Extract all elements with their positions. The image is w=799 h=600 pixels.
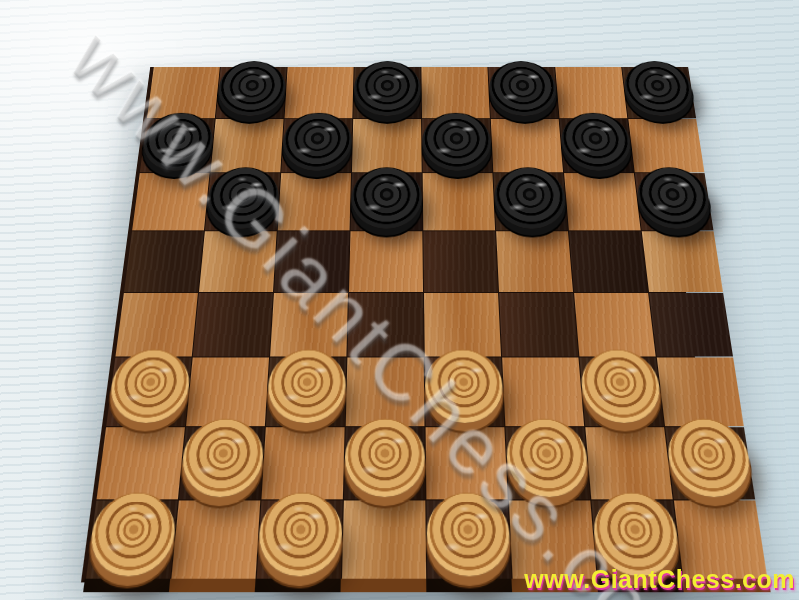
checker-piece-light[interactable] <box>107 350 193 423</box>
checker-piece-light[interactable] <box>505 419 590 497</box>
checker-piece-dark[interactable] <box>634 167 713 228</box>
square-b3 <box>186 358 269 426</box>
square-e4 <box>424 292 501 356</box>
square-d8[interactable] <box>353 67 421 118</box>
square-d2[interactable] <box>344 427 425 500</box>
square-b5 <box>199 231 277 291</box>
square-a7[interactable] <box>140 119 215 173</box>
square-e3[interactable] <box>425 358 505 426</box>
checker-piece-light[interactable] <box>86 492 178 576</box>
square-g3[interactable] <box>579 358 663 426</box>
square-g7[interactable] <box>560 119 634 173</box>
square-e6 <box>423 173 495 230</box>
square-a2 <box>96 427 184 500</box>
square-c6 <box>278 173 351 230</box>
square-f8[interactable] <box>488 67 558 118</box>
square-g6 <box>564 173 641 230</box>
checker-piece-dark[interactable] <box>621 61 695 116</box>
checker-piece-light[interactable] <box>426 492 511 576</box>
checker-piece-dark[interactable] <box>353 61 421 116</box>
square-b2[interactable] <box>179 427 265 500</box>
square-a3[interactable] <box>106 358 191 426</box>
square-h3 <box>657 358 744 426</box>
square-b6[interactable] <box>205 173 280 230</box>
checker-piece-light[interactable] <box>344 419 425 497</box>
checker-piece-dark[interactable] <box>493 167 568 228</box>
square-h2[interactable] <box>665 427 755 500</box>
checker-piece-dark[interactable] <box>140 113 215 171</box>
checker-piece-light[interactable] <box>179 419 265 497</box>
square-f4[interactable] <box>499 292 578 356</box>
square-e2 <box>426 427 508 500</box>
square-f7 <box>491 119 563 173</box>
square-g8 <box>555 67 627 118</box>
square-a8 <box>147 67 220 118</box>
square-f3 <box>502 358 584 426</box>
checker-piece-dark[interactable] <box>205 167 280 228</box>
square-b7 <box>211 119 284 173</box>
square-e7[interactable] <box>422 119 492 173</box>
square-e5[interactable] <box>423 231 498 291</box>
square-d3 <box>346 358 425 426</box>
checker-piece-light[interactable] <box>266 350 346 423</box>
square-c2 <box>261 427 344 500</box>
checker-piece-dark[interactable] <box>488 61 558 116</box>
square-b1 <box>171 501 260 579</box>
square-h8[interactable] <box>622 67 696 118</box>
square-h5 <box>642 231 723 291</box>
checker-piece-dark[interactable] <box>281 113 352 171</box>
square-d4[interactable] <box>347 292 423 356</box>
square-b8[interactable] <box>216 67 287 118</box>
square-h6[interactable] <box>635 173 714 230</box>
square-c3[interactable] <box>266 358 346 426</box>
square-a4 <box>115 292 198 356</box>
square-a5[interactable] <box>124 231 204 291</box>
square-e1[interactable] <box>426 501 511 579</box>
checker-piece-dark[interactable] <box>559 113 634 171</box>
square-d6[interactable] <box>351 173 423 230</box>
checker-piece-light[interactable] <box>591 492 682 576</box>
checker-piece-light[interactable] <box>425 350 505 423</box>
square-h7 <box>628 119 704 173</box>
square-c5[interactable] <box>274 231 349 291</box>
square-f5 <box>496 231 573 291</box>
square-f6[interactable] <box>493 173 568 230</box>
board-perspective-wrap <box>81 67 718 579</box>
checker-piece-dark[interactable] <box>216 61 287 116</box>
corner-watermark: www.GiantChess.com <box>524 565 795 594</box>
square-c7[interactable] <box>281 119 352 173</box>
square-d7 <box>352 119 422 173</box>
square-a1[interactable] <box>86 501 178 579</box>
square-h4[interactable] <box>649 292 733 356</box>
square-d1 <box>342 501 426 579</box>
checker-piece-light[interactable] <box>664 419 755 497</box>
checker-piece-light[interactable] <box>579 350 664 423</box>
square-c8 <box>285 67 354 118</box>
checker-piece-dark[interactable] <box>422 113 492 171</box>
photo-background: www.GiantChess.com www.GiantChess.com <box>0 0 799 600</box>
square-c1[interactable] <box>257 501 343 579</box>
square-e8 <box>421 67 489 118</box>
checker-piece-light[interactable] <box>257 492 343 576</box>
checker-piece-dark[interactable] <box>351 167 423 228</box>
square-g2 <box>585 427 672 500</box>
square-d5 <box>349 231 423 291</box>
square-f2[interactable] <box>505 427 590 500</box>
checkers-board <box>81 67 726 582</box>
square-b4[interactable] <box>193 292 273 356</box>
square-a6 <box>132 173 209 230</box>
square-g4 <box>574 292 656 356</box>
square-g5[interactable] <box>569 231 648 291</box>
square-c4 <box>270 292 348 356</box>
